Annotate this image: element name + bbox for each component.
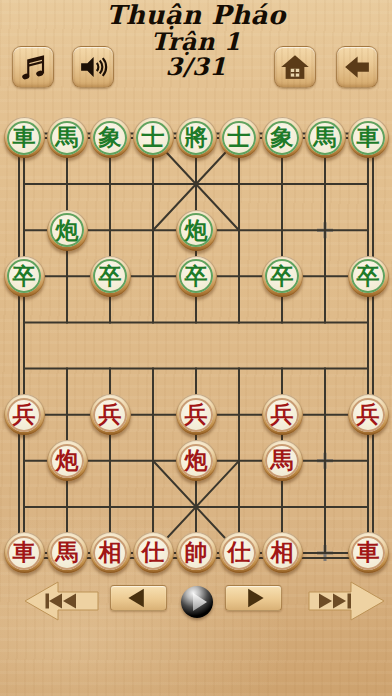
piece-face: 馬 xyxy=(308,121,342,155)
piece-face: 兵 xyxy=(93,398,127,432)
piece-glyph: 象 xyxy=(99,126,122,149)
piece-glyph: 兵 xyxy=(357,403,380,426)
piece-face: 卒 xyxy=(351,259,385,293)
piece-face: 馬 xyxy=(50,536,84,570)
piece-face: 士 xyxy=(222,121,256,155)
piece-face: 兵 xyxy=(265,398,299,432)
piece-glyph: 相 xyxy=(271,541,294,564)
piece-glyph: 象 xyxy=(271,126,294,149)
piece-face: 炮 xyxy=(50,444,84,478)
piece-glyph: 卒 xyxy=(13,265,36,288)
piece-glyph: 車 xyxy=(357,126,380,149)
piece-red-cannon[interactable]: 炮 xyxy=(176,440,217,481)
piece-black-chariot[interactable]: 車 xyxy=(4,117,45,158)
piece-glyph: 車 xyxy=(13,541,36,564)
piece-black-advisor[interactable]: 士 xyxy=(133,117,174,158)
piece-face: 仕 xyxy=(136,536,170,570)
piece-face: 車 xyxy=(7,121,41,155)
piece-glyph: 仕 xyxy=(228,541,251,564)
piece-red-soldier[interactable]: 兵 xyxy=(90,394,131,435)
piece-face: 車 xyxy=(7,536,41,570)
piece-glyph: 炮 xyxy=(185,219,208,242)
piece-black-elephant[interactable]: 象 xyxy=(90,117,131,158)
piece-black-elephant[interactable]: 象 xyxy=(262,117,303,158)
piece-glyph: 相 xyxy=(99,541,122,564)
piece-red-soldier[interactable]: 兵 xyxy=(4,394,45,435)
piece-glyph: 兵 xyxy=(271,403,294,426)
piece-face: 相 xyxy=(265,536,299,570)
piece-glyph: 兵 xyxy=(185,403,208,426)
piece-face: 馬 xyxy=(265,444,299,478)
piece-face: 兵 xyxy=(179,398,213,432)
piece-black-soldier[interactable]: 卒 xyxy=(90,256,131,297)
piece-red-horse[interactable]: 馬 xyxy=(262,440,303,481)
piece-face: 卒 xyxy=(265,259,299,293)
app-screen: Thuận Pháo Trận 1 3/31 xyxy=(0,0,392,696)
piece-glyph: 炮 xyxy=(56,219,79,242)
piece-red-general[interactable]: 帥 xyxy=(176,532,217,573)
piece-glyph: 將 xyxy=(185,126,208,149)
piece-black-general[interactable]: 將 xyxy=(176,117,217,158)
piece-red-advisor[interactable]: 仕 xyxy=(133,532,174,573)
piece-face: 象 xyxy=(93,121,127,155)
piece-red-chariot[interactable]: 車 xyxy=(4,532,45,573)
piece-glyph: 仕 xyxy=(142,541,165,564)
piece-black-soldier[interactable]: 卒 xyxy=(262,256,303,297)
piece-red-soldier[interactable]: 兵 xyxy=(176,394,217,435)
piece-face: 帥 xyxy=(179,536,213,570)
piece-glyph: 馬 xyxy=(271,449,294,472)
piece-black-soldier[interactable]: 卒 xyxy=(348,256,389,297)
piece-red-soldier[interactable]: 兵 xyxy=(348,394,389,435)
piece-glyph: 帥 xyxy=(185,541,208,564)
piece-glyph: 士 xyxy=(142,126,165,149)
piece-face: 相 xyxy=(93,536,127,570)
piece-red-horse[interactable]: 馬 xyxy=(47,532,88,573)
piece-face: 車 xyxy=(351,121,385,155)
piece-glyph: 士 xyxy=(228,126,251,149)
piece-face: 卒 xyxy=(7,259,41,293)
piece-glyph: 兵 xyxy=(99,403,122,426)
piece-face: 卒 xyxy=(93,259,127,293)
piece-black-chariot[interactable]: 車 xyxy=(348,117,389,158)
piece-face: 兵 xyxy=(7,398,41,432)
piece-red-advisor[interactable]: 仕 xyxy=(219,532,260,573)
piece-glyph: 馬 xyxy=(314,126,337,149)
piece-glyph: 馬 xyxy=(56,126,79,149)
piece-black-soldier[interactable]: 卒 xyxy=(4,256,45,297)
piece-black-horse[interactable]: 馬 xyxy=(47,117,88,158)
piece-glyph: 卒 xyxy=(357,265,380,288)
piece-glyph: 馬 xyxy=(56,541,79,564)
piece-black-advisor[interactable]: 士 xyxy=(219,117,260,158)
piece-red-elephant[interactable]: 相 xyxy=(90,532,131,573)
piece-red-soldier[interactable]: 兵 xyxy=(262,394,303,435)
piece-glyph: 炮 xyxy=(56,449,79,472)
piece-face: 炮 xyxy=(50,213,84,247)
piece-red-cannon[interactable]: 炮 xyxy=(47,440,88,481)
piece-glyph: 卒 xyxy=(99,265,122,288)
piece-glyph: 車 xyxy=(357,541,380,564)
piece-face: 車 xyxy=(351,536,385,570)
piece-face: 仕 xyxy=(222,536,256,570)
piece-face: 士 xyxy=(136,121,170,155)
piece-red-elephant[interactable]: 相 xyxy=(262,532,303,573)
piece-glyph: 車 xyxy=(13,126,36,149)
piece-glyph: 卒 xyxy=(185,265,208,288)
piece-black-horse[interactable]: 馬 xyxy=(305,117,346,158)
piece-black-cannon[interactable]: 炮 xyxy=(176,210,217,251)
piece-glyph: 卒 xyxy=(271,265,294,288)
piece-face: 馬 xyxy=(50,121,84,155)
piece-face: 將 xyxy=(179,121,213,155)
piece-face: 兵 xyxy=(351,398,385,432)
board-grid: 車馬象士將士象馬車炮炮卒卒卒卒卒兵兵兵兵兵炮炮馬車馬相仕帥仕相車 xyxy=(3,115,390,576)
piece-black-cannon[interactable]: 炮 xyxy=(47,210,88,251)
piece-glyph: 兵 xyxy=(13,403,36,426)
piece-face: 炮 xyxy=(179,444,213,478)
piece-red-chariot[interactable]: 車 xyxy=(348,532,389,573)
piece-black-soldier[interactable]: 卒 xyxy=(176,256,217,297)
piece-glyph: 炮 xyxy=(185,449,208,472)
piece-face: 炮 xyxy=(179,213,213,247)
piece-face: 卒 xyxy=(179,259,213,293)
piece-face: 象 xyxy=(265,121,299,155)
